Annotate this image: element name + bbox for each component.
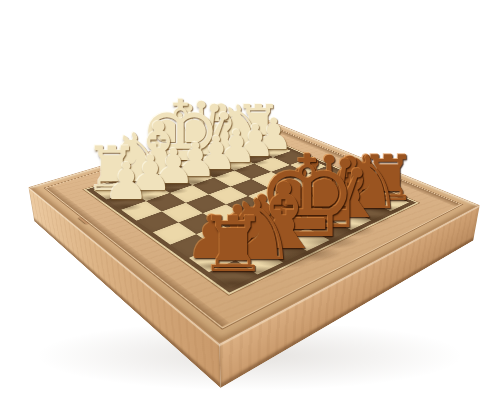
piece-white-pawn[interactable]: ♟ <box>104 156 150 207</box>
piece-brown-rook[interactable]: ♜ <box>199 207 267 283</box>
pieces-layer: ♜♞♝♛♚♝♞♜♟♟♟♟♟♟♟♟♟♟♟♟♟♟♟♟♜♞♝♛♚♝♞♜ <box>0 0 500 400</box>
product-photo-scene: ♜♞♝♛♚♝♞♜♟♟♟♟♟♟♟♟♟♟♟♟♟♟♟♟♜♞♝♛♚♝♞♜ <box>0 0 500 400</box>
